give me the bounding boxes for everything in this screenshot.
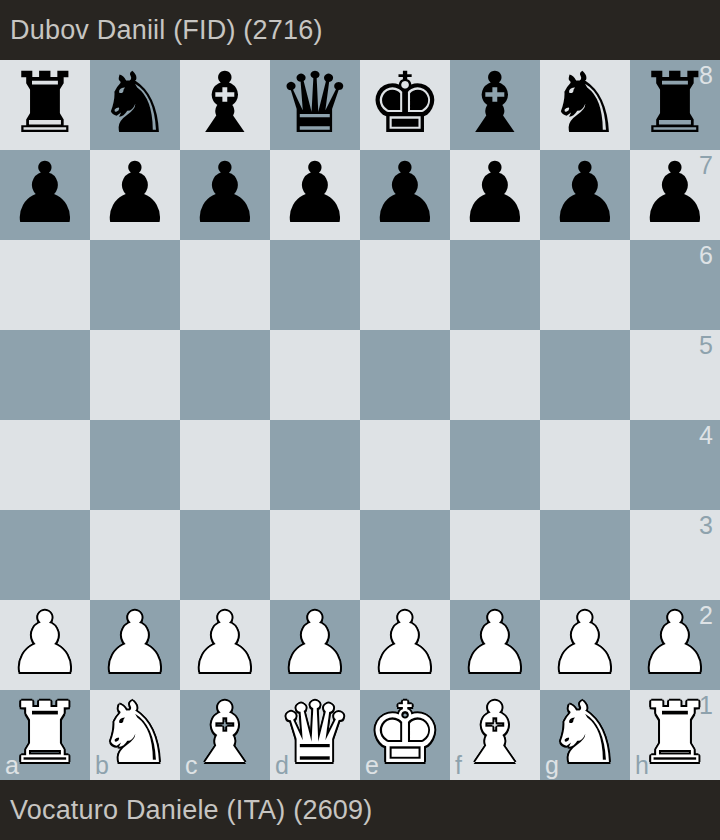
coord-rank-3: 3 — [699, 513, 713, 538]
square-e8[interactable]: ♚ — [360, 60, 450, 150]
square-f7[interactable]: ♟ — [450, 150, 540, 240]
coord-file-a: a — [5, 753, 19, 778]
piece-black-pawn[interactable]: ♟ — [457, 148, 532, 238]
coord-file-h: h — [635, 753, 649, 778]
coord-rank-1: 1 — [699, 693, 713, 718]
piece-white-pawn[interactable]: ♟ — [547, 598, 622, 688]
piece-black-knight[interactable]: ♞ — [547, 58, 622, 148]
square-e2[interactable]: ♟ — [360, 600, 450, 690]
square-c2[interactable]: ♟ — [180, 600, 270, 690]
square-h6[interactable]: 6 — [630, 240, 720, 330]
coord-rank-2: 2 — [699, 603, 713, 628]
square-g6[interactable] — [540, 240, 630, 330]
square-d8[interactable]: ♛ — [270, 60, 360, 150]
square-e4[interactable] — [360, 420, 450, 510]
square-g5[interactable] — [540, 330, 630, 420]
square-b2[interactable]: ♟ — [90, 600, 180, 690]
square-e7[interactable]: ♟ — [360, 150, 450, 240]
square-d7[interactable]: ♟ — [270, 150, 360, 240]
coord-rank-8: 8 — [699, 63, 713, 88]
square-c5[interactable] — [180, 330, 270, 420]
square-e5[interactable] — [360, 330, 450, 420]
square-f4[interactable] — [450, 420, 540, 510]
piece-black-knight[interactable]: ♞ — [97, 58, 172, 148]
square-e1[interactable]: ♚e — [360, 690, 450, 780]
square-a6[interactable] — [0, 240, 90, 330]
square-b8[interactable]: ♞ — [90, 60, 180, 150]
square-a5[interactable] — [0, 330, 90, 420]
piece-black-pawn[interactable]: ♟ — [547, 148, 622, 238]
square-c3[interactable] — [180, 510, 270, 600]
square-c4[interactable] — [180, 420, 270, 510]
square-g2[interactable]: ♟ — [540, 600, 630, 690]
piece-black-pawn[interactable]: ♟ — [187, 148, 262, 238]
square-a4[interactable] — [0, 420, 90, 510]
piece-black-king[interactable]: ♚ — [367, 58, 442, 148]
piece-white-pawn[interactable]: ♟ — [457, 598, 532, 688]
coord-file-f: f — [455, 753, 462, 778]
piece-black-bishop[interactable]: ♝ — [187, 58, 262, 148]
piece-black-pawn[interactable]: ♟ — [277, 148, 352, 238]
piece-black-pawn[interactable]: ♟ — [7, 148, 82, 238]
coord-file-c: c — [185, 753, 198, 778]
square-d5[interactable] — [270, 330, 360, 420]
square-d6[interactable] — [270, 240, 360, 330]
square-b5[interactable] — [90, 330, 180, 420]
top-player-bar: Dubov Daniil (FID) (2716) — [0, 0, 720, 60]
square-d3[interactable] — [270, 510, 360, 600]
piece-white-pawn[interactable]: ♟ — [187, 598, 262, 688]
square-a2[interactable]: ♟ — [0, 600, 90, 690]
square-g4[interactable] — [540, 420, 630, 510]
square-d4[interactable] — [270, 420, 360, 510]
square-f8[interactable]: ♝ — [450, 60, 540, 150]
piece-black-pawn[interactable]: ♟ — [97, 148, 172, 238]
piece-white-bishop[interactable]: ♝ — [457, 688, 532, 778]
square-a8[interactable]: ♜ — [0, 60, 90, 150]
square-e6[interactable] — [360, 240, 450, 330]
square-h5[interactable]: 5 — [630, 330, 720, 420]
coord-file-d: d — [275, 753, 289, 778]
square-c1[interactable]: ♝c — [180, 690, 270, 780]
square-b7[interactable]: ♟ — [90, 150, 180, 240]
top-player-name: Dubov Daniil (FID) (2716) — [10, 15, 323, 46]
square-e3[interactable] — [360, 510, 450, 600]
piece-white-pawn[interactable]: ♟ — [7, 598, 82, 688]
coord-file-e: e — [365, 753, 379, 778]
square-c6[interactable] — [180, 240, 270, 330]
piece-white-pawn[interactable]: ♟ — [367, 598, 442, 688]
square-d2[interactable]: ♟ — [270, 600, 360, 690]
coord-rank-4: 4 — [699, 423, 713, 448]
square-b1[interactable]: ♞b — [90, 690, 180, 780]
square-f2[interactable]: ♟ — [450, 600, 540, 690]
coord-file-g: g — [545, 753, 559, 778]
square-f5[interactable] — [450, 330, 540, 420]
square-g7[interactable]: ♟ — [540, 150, 630, 240]
square-g1[interactable]: ♞g — [540, 690, 630, 780]
square-c7[interactable]: ♟ — [180, 150, 270, 240]
square-h3[interactable]: 3 — [630, 510, 720, 600]
square-h1[interactable]: ♜1h — [630, 690, 720, 780]
coord-rank-5: 5 — [699, 333, 713, 358]
chess-board: ♜♞♝♛♚♝♞♜8♟♟♟♟♟♟♟♟76543♟♟♟♟♟♟♟♟2♜a♞b♝c♛d♚… — [0, 60, 720, 780]
bottom-player-name: Vocaturo Daniele (ITA) (2609) — [10, 795, 372, 826]
piece-black-queen[interactable]: ♛ — [277, 58, 352, 148]
square-g3[interactable] — [540, 510, 630, 600]
square-f1[interactable]: ♝f — [450, 690, 540, 780]
coord-rank-6: 6 — [699, 243, 713, 268]
square-f6[interactable] — [450, 240, 540, 330]
square-b6[interactable] — [90, 240, 180, 330]
square-b3[interactable] — [90, 510, 180, 600]
piece-white-bishop[interactable]: ♝ — [187, 688, 262, 778]
square-h7[interactable]: ♟7 — [630, 150, 720, 240]
square-h4[interactable]: 4 — [630, 420, 720, 510]
square-b4[interactable] — [90, 420, 180, 510]
square-h2[interactable]: ♟2 — [630, 600, 720, 690]
square-h8[interactable]: ♜8 — [630, 60, 720, 150]
square-a3[interactable] — [0, 510, 90, 600]
square-d1[interactable]: ♛d — [270, 690, 360, 780]
square-c8[interactable]: ♝ — [180, 60, 270, 150]
piece-white-pawn[interactable]: ♟ — [97, 598, 172, 688]
square-a1[interactable]: ♜a — [0, 690, 90, 780]
square-g8[interactable]: ♞ — [540, 60, 630, 150]
coord-file-b: b — [95, 753, 109, 778]
piece-black-rook[interactable]: ♜ — [7, 58, 82, 148]
bottom-player-bar: Vocaturo Daniele (ITA) (2609) — [0, 780, 720, 840]
piece-black-bishop[interactable]: ♝ — [457, 58, 532, 148]
piece-black-pawn[interactable]: ♟ — [367, 148, 442, 238]
piece-white-pawn[interactable]: ♟ — [277, 598, 352, 688]
square-f3[interactable] — [450, 510, 540, 600]
coord-rank-7: 7 — [699, 153, 713, 178]
square-a7[interactable]: ♟ — [0, 150, 90, 240]
